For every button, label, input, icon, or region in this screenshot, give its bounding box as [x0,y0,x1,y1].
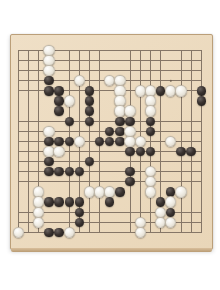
white-stone[interactable] [104,186,115,197]
black-stone[interactable] [85,96,94,105]
black-stone[interactable] [54,228,63,237]
black-stone[interactable] [95,137,104,146]
black-stone[interactable] [105,127,114,136]
black-stone[interactable] [125,167,134,176]
black-stone[interactable] [125,117,134,126]
black-stone[interactable] [54,106,63,115]
white-stone[interactable] [64,95,75,106]
black-stone[interactable] [115,117,124,126]
black-stone[interactable] [65,117,74,126]
black-stone[interactable] [146,117,155,126]
black-stone[interactable] [54,137,63,146]
black-stone[interactable] [44,76,53,85]
black-stone[interactable] [85,86,94,95]
white-stone[interactable] [175,186,186,197]
white-stone[interactable] [33,217,44,228]
black-stone[interactable] [65,137,74,146]
white-stone[interactable] [43,126,54,137]
black-stone[interactable] [105,137,114,146]
black-stone[interactable] [136,147,145,156]
black-stone[interactable] [156,86,165,95]
go-board-photo [0,0,220,290]
black-stone[interactable] [44,167,53,176]
board-bottom-edge [11,248,212,252]
black-stone[interactable] [44,157,53,166]
black-stone[interactable] [75,208,84,217]
black-stone[interactable] [44,86,53,95]
black-stone[interactable] [125,147,134,156]
black-stone[interactable] [85,106,94,115]
black-stone[interactable] [115,187,124,196]
white-stone[interactable] [74,75,85,86]
black-stone[interactable] [75,167,84,176]
stones-layer [13,45,206,237]
white-stone[interactable] [13,227,24,238]
white-stone[interactable] [165,217,176,228]
black-stone[interactable] [54,96,63,105]
black-stone[interactable] [197,86,206,95]
black-stone[interactable] [54,167,63,176]
black-stone[interactable] [125,177,134,186]
black-stone[interactable] [65,167,74,176]
white-stone[interactable] [53,146,64,157]
white-stone[interactable] [175,85,186,96]
white-stone[interactable] [64,227,75,238]
black-stone[interactable] [44,137,53,146]
black-stone[interactable] [156,197,165,206]
white-stone[interactable] [43,65,54,76]
go-board [10,34,213,250]
black-stone[interactable] [65,197,74,206]
white-stone[interactable] [165,196,176,207]
board-grid [18,50,202,233]
black-stone[interactable] [197,96,206,105]
white-stone[interactable] [145,186,156,197]
black-stone[interactable] [166,187,175,196]
black-stone[interactable] [105,197,114,206]
white-stone[interactable] [74,136,85,147]
black-stone[interactable] [186,147,195,156]
black-stone[interactable] [75,218,84,227]
black-stone[interactable] [54,86,63,95]
white-stone[interactable] [135,227,146,238]
black-stone[interactable] [115,127,124,136]
white-stone[interactable] [165,136,176,147]
black-stone[interactable] [54,197,63,206]
black-stone[interactable] [146,147,155,156]
white-stone[interactable] [145,105,156,116]
black-stone[interactable] [44,197,53,206]
white-stone[interactable] [135,136,146,147]
black-stone[interactable] [146,127,155,136]
black-stone[interactable] [44,228,53,237]
black-stone[interactable] [85,157,94,166]
white-stone[interactable] [33,196,44,207]
black-stone[interactable] [166,208,175,217]
black-stone[interactable] [85,117,94,126]
white-stone[interactable] [124,105,135,116]
black-stone[interactable] [75,197,84,206]
black-stone[interactable] [176,147,185,156]
black-stone[interactable] [115,137,124,146]
